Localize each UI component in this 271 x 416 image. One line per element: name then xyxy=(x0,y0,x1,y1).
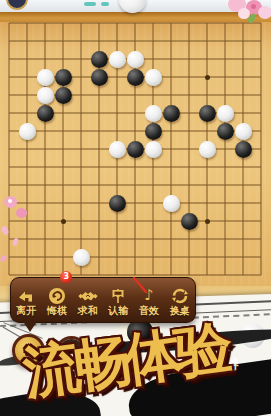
black-stone xyxy=(55,69,72,86)
undo-move-button[interactable]: 3 悔棋 xyxy=(42,278,73,322)
white-stone xyxy=(217,105,234,122)
black-stone xyxy=(91,69,108,86)
star-point xyxy=(61,219,66,224)
white-stone xyxy=(235,123,252,140)
leave-button[interactable]: 离开 xyxy=(11,278,42,322)
black-stone xyxy=(91,51,108,68)
sakura-center-icon xyxy=(8,199,12,203)
toolbar-bubble-tail xyxy=(22,320,38,332)
switch-table-icon xyxy=(171,286,189,305)
white-stone xyxy=(109,141,126,158)
exit-arrow-icon xyxy=(17,286,35,305)
star-point xyxy=(205,219,210,224)
status-text-fragment xyxy=(84,2,96,6)
black-stone xyxy=(217,123,234,140)
black-stone xyxy=(127,141,144,158)
white-stone xyxy=(145,69,162,86)
mute-slash xyxy=(131,276,149,294)
white-stone xyxy=(163,195,180,212)
black-stone xyxy=(235,141,252,158)
resign-flag-icon xyxy=(109,286,127,305)
white-stone xyxy=(19,123,36,140)
sakura-flower-icon xyxy=(16,208,27,218)
black-stone xyxy=(199,105,216,122)
black-stone xyxy=(163,105,180,122)
white-stone xyxy=(73,249,90,266)
black-stone xyxy=(37,105,54,122)
black-stone xyxy=(55,87,72,104)
undo-count-badge: 3 xyxy=(60,271,72,283)
sakura-center-icon xyxy=(251,4,256,9)
switch-table-button[interactable]: 换桌 xyxy=(164,278,195,322)
black-stone xyxy=(145,123,162,140)
black-stone xyxy=(127,69,144,86)
game-screen: 板聊 G 九游 ▲ 离开 3 xyxy=(0,0,271,416)
white-stone xyxy=(109,51,126,68)
black-stone xyxy=(109,195,126,212)
white-stone xyxy=(199,141,216,158)
game-toolbar: 离开 3 悔棋 求和 xyxy=(10,277,196,323)
white-stone xyxy=(145,141,162,158)
status-text-fragment xyxy=(101,2,109,6)
handshake-icon xyxy=(78,286,98,305)
white-stone xyxy=(145,105,162,122)
sound-muted-icon: ♪ xyxy=(144,286,154,305)
white-stone xyxy=(37,87,54,104)
white-stone xyxy=(37,69,54,86)
resign-button[interactable]: 认输 xyxy=(103,278,134,322)
star-point xyxy=(205,75,210,80)
black-stone xyxy=(181,213,198,230)
white-stone xyxy=(127,51,144,68)
sakura-flower-icon xyxy=(258,6,271,19)
sound-toggle-button[interactable]: ♪ 音效 xyxy=(134,278,165,322)
undo-coin-icon xyxy=(48,286,66,305)
request-draw-button[interactable]: 求和 xyxy=(72,278,103,322)
